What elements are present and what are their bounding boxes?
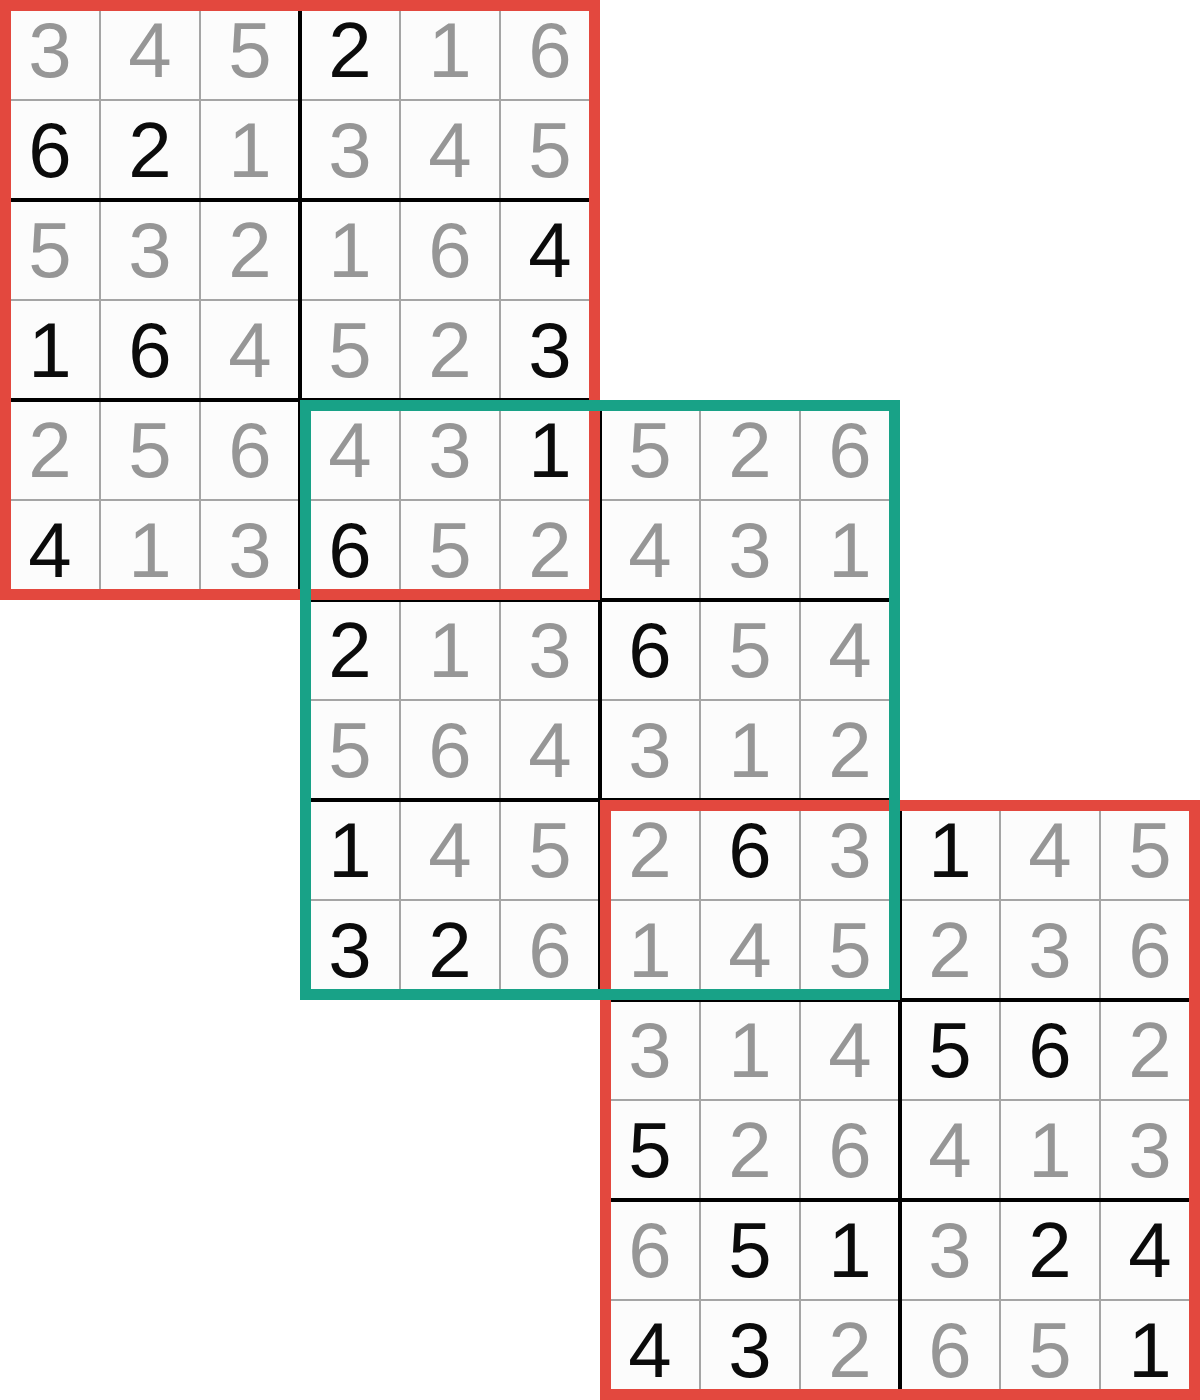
- multi-sudoku-page: 3452166213455321641645232564314136522631…: [0, 0, 1200, 1400]
- grid-b-frame: [300, 400, 900, 1000]
- frames-layer: [0, 0, 1200, 1400]
